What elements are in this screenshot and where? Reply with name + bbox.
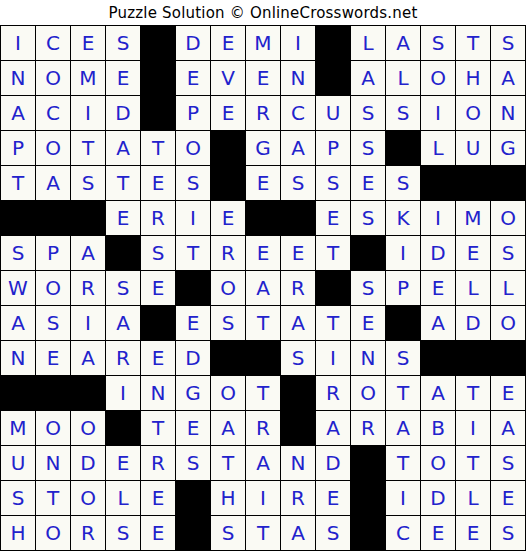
block-cell (211, 341, 245, 375)
block-cell (36, 201, 70, 235)
letter-cell: M (456, 201, 490, 235)
letter-cell: H (456, 61, 490, 95)
block-cell (386, 306, 420, 340)
letter-cell: E (246, 61, 280, 95)
letter-cell: S (351, 201, 385, 235)
letter-cell: S (491, 516, 525, 550)
block-cell (176, 516, 210, 550)
block-cell (316, 26, 350, 60)
letter-cell: S (351, 131, 385, 165)
letter-cell: E (141, 341, 175, 375)
letter-cell: I (421, 96, 455, 130)
letter-cell: C (281, 96, 315, 130)
letter-cell: E (176, 411, 210, 445)
letter-cell: W (1, 271, 35, 305)
letter-cell: A (386, 26, 420, 60)
block-cell (211, 166, 245, 200)
letter-cell: E (456, 236, 490, 270)
letter-cell: E (106, 201, 140, 235)
block-cell (141, 306, 175, 340)
letter-cell: S (386, 341, 420, 375)
letter-cell: E (106, 446, 140, 480)
letter-cell: T (386, 446, 420, 480)
letter-cell: U (456, 131, 490, 165)
letter-cell: P (1, 131, 35, 165)
block-cell (1, 201, 35, 235)
letter-cell: S (351, 271, 385, 305)
letter-cell: I (316, 341, 350, 375)
letter-cell: A (36, 166, 70, 200)
letter-cell: R (246, 411, 280, 445)
letter-cell: I (176, 201, 210, 235)
letter-cell: T (1, 166, 35, 200)
letter-cell: E (211, 201, 245, 235)
letter-cell: S (106, 271, 140, 305)
letter-cell: E (211, 26, 245, 60)
letter-cell: T (141, 411, 175, 445)
letter-cell: E (351, 166, 385, 200)
letter-cell: H (1, 516, 35, 550)
letter-cell: O (421, 446, 455, 480)
letter-cell: S (176, 446, 210, 480)
letter-cell: S (421, 26, 455, 60)
letter-cell: O (176, 131, 210, 165)
letter-cell: T (141, 131, 175, 165)
letter-cell: C (386, 516, 420, 550)
block-cell (491, 166, 525, 200)
letter-cell: R (281, 271, 315, 305)
block-cell (176, 271, 210, 305)
letter-cell: R (141, 446, 175, 480)
letter-cell: I (386, 481, 420, 515)
letter-cell: O (421, 61, 455, 95)
letter-cell: I (421, 201, 455, 235)
letter-cell: O (71, 481, 105, 515)
letter-cell: E (421, 516, 455, 550)
block-cell (36, 376, 70, 410)
letter-cell: T (246, 306, 280, 340)
letter-cell: V (211, 61, 245, 95)
block-cell (456, 341, 490, 375)
letter-cell: A (386, 411, 420, 445)
letter-cell: R (211, 236, 245, 270)
letter-cell: S (491, 26, 525, 60)
letter-cell: A (246, 446, 280, 480)
letter-cell: E (71, 26, 105, 60)
letter-cell: E (316, 481, 350, 515)
letter-cell: R (316, 376, 350, 410)
letter-cell: P (386, 271, 420, 305)
letter-cell: D (456, 306, 490, 340)
letter-cell: I (71, 306, 105, 340)
letter-cell: O (36, 61, 70, 95)
letter-cell: A (106, 306, 140, 340)
letter-cell: N (281, 446, 315, 480)
block-cell (246, 201, 280, 235)
letter-cell: E (211, 96, 245, 130)
block-cell (351, 481, 385, 515)
letter-cell: S (211, 516, 245, 550)
letter-cell: C (36, 96, 70, 130)
letter-cell: A (1, 96, 35, 130)
letter-cell: G (246, 131, 280, 165)
letter-cell: A (281, 516, 315, 550)
letter-cell: A (281, 306, 315, 340)
letter-cell: K (386, 201, 420, 235)
letter-cell: T (456, 376, 490, 410)
letter-cell: S (316, 516, 350, 550)
block-cell (106, 411, 140, 445)
letter-cell: E (141, 271, 175, 305)
letter-cell: N (36, 446, 70, 480)
letter-cell: E (141, 166, 175, 200)
letter-cell: E (351, 306, 385, 340)
letter-cell: E (141, 481, 175, 515)
letter-cell: I (246, 481, 280, 515)
letter-cell: R (71, 271, 105, 305)
letter-cell: A (1, 306, 35, 340)
letter-cell: E (106, 61, 140, 95)
letter-cell: I (456, 411, 490, 445)
letter-cell: E (246, 236, 280, 270)
letter-cell: T (246, 376, 280, 410)
letter-cell: M (246, 26, 280, 60)
letter-cell: A (421, 306, 455, 340)
letter-cell: A (211, 411, 245, 445)
letter-cell: O (36, 271, 70, 305)
letter-cell: S (316, 166, 350, 200)
letter-cell: S (1, 236, 35, 270)
letter-cell: E (316, 201, 350, 235)
letter-cell: M (71, 61, 105, 95)
letter-cell: O (351, 376, 385, 410)
letter-cell: C (36, 26, 70, 60)
block-cell (246, 341, 280, 375)
letter-cell: E (281, 236, 315, 270)
letter-cell: S (491, 446, 525, 480)
letter-cell: N (351, 341, 385, 375)
letter-cell: S (491, 236, 525, 270)
letter-cell: T (36, 481, 70, 515)
block-cell (211, 131, 245, 165)
block-cell (141, 61, 175, 95)
letter-cell: R (351, 411, 385, 445)
letter-cell: A (351, 61, 385, 95)
letter-cell: R (141, 201, 175, 235)
letter-cell: S (386, 96, 420, 130)
letter-cell: U (316, 96, 350, 130)
letter-cell: S (211, 306, 245, 340)
letter-cell: T (71, 131, 105, 165)
letter-cell: B (421, 411, 455, 445)
puzzle-title: Puzzle Solution © OnlineCrosswords.net (0, 0, 526, 25)
letter-cell: A (491, 61, 525, 95)
letter-cell: D (71, 446, 105, 480)
letter-cell: D (421, 236, 455, 270)
letter-cell: N (1, 341, 35, 375)
letter-cell: L (386, 61, 420, 95)
letter-cell: T (316, 306, 350, 340)
letter-cell: O (491, 201, 525, 235)
letter-cell: S (386, 166, 420, 200)
block-cell (351, 446, 385, 480)
letter-cell: A (71, 236, 105, 270)
letter-cell: S (176, 166, 210, 200)
letter-cell: E (176, 306, 210, 340)
letter-cell: L (421, 131, 455, 165)
letter-cell: A (491, 411, 525, 445)
letter-cell: I (281, 26, 315, 60)
letter-cell: D (106, 96, 140, 130)
letter-cell: E (246, 166, 280, 200)
block-cell (281, 376, 315, 410)
block-cell (106, 236, 140, 270)
block-cell (71, 376, 105, 410)
letter-cell: T (316, 236, 350, 270)
letter-cell: O (456, 96, 490, 130)
letter-cell: D (176, 26, 210, 60)
crossword-grid: ICESDEMILASTSNOMEEVENALOHAACIDPERCUSSION… (0, 25, 526, 551)
block-cell (421, 166, 455, 200)
letter-cell: O (211, 376, 245, 410)
letter-cell: S (1, 481, 35, 515)
letter-cell: O (36, 516, 70, 550)
letter-cell: O (71, 411, 105, 445)
letter-cell: O (36, 131, 70, 165)
letter-cell: E (421, 271, 455, 305)
block-cell (351, 236, 385, 270)
letter-cell: T (176, 236, 210, 270)
letter-cell: O (211, 271, 245, 305)
block-cell (141, 26, 175, 60)
block-cell (386, 131, 420, 165)
letter-cell: G (491, 131, 525, 165)
letter-cell: L (351, 26, 385, 60)
letter-cell: A (106, 131, 140, 165)
letter-cell: I (386, 236, 420, 270)
letter-cell: R (281, 481, 315, 515)
letter-cell: S (281, 341, 315, 375)
letter-cell: P (36, 236, 70, 270)
letter-cell: P (316, 131, 350, 165)
letter-cell: T (106, 166, 140, 200)
letter-cell: S (281, 166, 315, 200)
block-cell (316, 61, 350, 95)
letter-cell: R (246, 96, 280, 130)
letter-cell: R (106, 341, 140, 375)
block-cell (351, 516, 385, 550)
letter-cell: T (456, 26, 490, 60)
letter-cell: S (141, 236, 175, 270)
letter-cell: S (106, 26, 140, 60)
block-cell (456, 166, 490, 200)
letter-cell: O (36, 411, 70, 445)
letter-cell: D (421, 481, 455, 515)
block-cell (316, 271, 350, 305)
letter-cell: S (71, 166, 105, 200)
letter-cell: E (456, 516, 490, 550)
block-cell (176, 481, 210, 515)
letter-cell: T (246, 516, 280, 550)
letter-cell: H (211, 481, 245, 515)
letter-cell: U (1, 446, 35, 480)
letter-cell: R (71, 516, 105, 550)
letter-cell: L (456, 481, 490, 515)
block-cell (71, 201, 105, 235)
letter-cell: T (386, 376, 420, 410)
letter-cell: A (281, 131, 315, 165)
letter-cell: A (316, 411, 350, 445)
letter-cell: A (246, 271, 280, 305)
letter-cell: P (176, 96, 210, 130)
letter-cell: O (491, 306, 525, 340)
letter-cell: E (491, 376, 525, 410)
letter-cell: E (141, 516, 175, 550)
letter-cell: I (1, 26, 35, 60)
letter-cell: N (141, 376, 175, 410)
letter-cell: I (106, 376, 140, 410)
block-cell (281, 411, 315, 445)
letter-cell: N (1, 61, 35, 95)
letter-cell: D (316, 446, 350, 480)
letter-cell: E (176, 61, 210, 95)
letter-cell: T (211, 446, 245, 480)
letter-cell: E (36, 341, 70, 375)
letter-cell: E (491, 481, 525, 515)
block-cell (1, 376, 35, 410)
letter-cell: A (421, 376, 455, 410)
letter-cell: L (491, 271, 525, 305)
letter-cell: A (71, 341, 105, 375)
letter-cell: L (456, 271, 490, 305)
letter-cell: S (351, 96, 385, 130)
block-cell (141, 96, 175, 130)
letter-cell: N (491, 96, 525, 130)
letter-cell: M (1, 411, 35, 445)
block-cell (491, 341, 525, 375)
letter-cell: D (176, 341, 210, 375)
letter-cell: N (281, 61, 315, 95)
block-cell (281, 201, 315, 235)
letter-cell: G (176, 376, 210, 410)
letter-cell: T (456, 446, 490, 480)
letter-cell: L (106, 481, 140, 515)
letter-cell: S (36, 306, 70, 340)
block-cell (421, 341, 455, 375)
letter-cell: S (106, 516, 140, 550)
letter-cell: I (71, 96, 105, 130)
